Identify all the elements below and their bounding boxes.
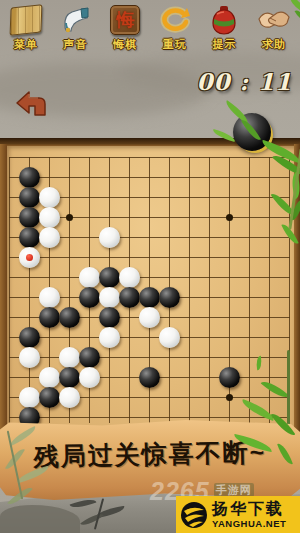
white-stone[interactable] — [39, 187, 60, 208]
white-stone[interactable] — [59, 347, 80, 368]
toolbar: 菜单 声音 悔 悔棋 — [0, 0, 300, 57]
replay-swirl-icon — [157, 2, 193, 38]
badge-title: 扬华下载 — [212, 501, 286, 517]
white-stone[interactable] — [139, 307, 160, 328]
black-stone[interactable] — [159, 287, 180, 308]
replay-button[interactable]: 重玩 — [151, 2, 199, 57]
hint-button[interactable]: 提示 — [200, 2, 248, 57]
board-frame-left — [0, 144, 7, 433]
black-stone[interactable] — [19, 187, 40, 208]
black-stone[interactable] — [219, 367, 240, 388]
black-stone[interactable] — [79, 287, 100, 308]
black-stone[interactable] — [99, 267, 120, 288]
star-point — [226, 394, 233, 401]
black-stone[interactable] — [79, 347, 100, 368]
yanghua-logo-icon — [180, 501, 208, 529]
white-stone[interactable] — [99, 327, 120, 348]
black-stone[interactable] — [19, 227, 40, 248]
app-root: 菜单 声音 悔 悔棋 — [0, 0, 300, 533]
badge-url: YANGHUA.NET — [212, 519, 286, 529]
sound-button[interactable]: 声音 — [52, 2, 100, 57]
black-stone[interactable] — [59, 367, 80, 388]
star-point — [66, 214, 73, 221]
timer: 00 : 11 — [196, 68, 292, 95]
white-stone[interactable] — [39, 287, 60, 308]
black-stone[interactable] — [39, 387, 60, 408]
red-pouch-icon — [208, 2, 240, 38]
black-stone[interactable] — [139, 287, 160, 308]
white-stone[interactable] — [99, 287, 120, 308]
watermark-site-cn: 手游网 — [214, 483, 254, 497]
white-stone[interactable] — [59, 387, 80, 408]
gomoku-board[interactable] — [0, 138, 300, 433]
white-stone[interactable] — [99, 227, 120, 248]
replay-label: 重玩 — [163, 38, 187, 51]
white-stone[interactable] — [19, 247, 40, 268]
white-stone[interactable] — [39, 207, 60, 228]
white-stone[interactable] — [39, 367, 60, 388]
horn-icon — [59, 2, 93, 38]
black-stone[interactable] — [19, 167, 40, 188]
help-button[interactable]: 求助 — [250, 2, 298, 57]
white-stone[interactable] — [19, 347, 40, 368]
black-stone[interactable] — [139, 367, 160, 388]
white-stone[interactable] — [119, 267, 140, 288]
hint-label: 提示 — [212, 38, 236, 51]
black-stone[interactable] — [19, 327, 40, 348]
download-badge[interactable]: 扬华下载 YANGHUA.NET — [176, 496, 300, 533]
back-arrow-icon — [13, 88, 51, 118]
scroll-icon — [10, 2, 42, 38]
menu-label: 菜单 — [14, 38, 38, 51]
black-stone[interactable] — [119, 287, 140, 308]
handshake-icon — [256, 2, 292, 38]
black-stone[interactable] — [39, 307, 60, 328]
sound-label: 声音 — [64, 38, 88, 51]
undo-label: 悔棋 — [113, 38, 137, 51]
white-stone[interactable] — [79, 367, 100, 388]
hui-tile-icon: 悔 — [110, 2, 140, 38]
black-stone[interactable] — [19, 207, 40, 228]
black-stone[interactable] — [99, 307, 120, 328]
undo-button[interactable]: 悔 悔棋 — [101, 2, 149, 57]
white-stone[interactable] — [19, 387, 40, 408]
menu-button[interactable]: 菜单 — [2, 2, 50, 57]
help-label: 求助 — [262, 38, 286, 51]
star-point — [226, 214, 233, 221]
white-stone[interactable] — [79, 267, 100, 288]
black-stone[interactable] — [59, 307, 80, 328]
back-button[interactable] — [12, 88, 52, 120]
white-stone[interactable] — [159, 327, 180, 348]
white-stone[interactable] — [39, 227, 60, 248]
